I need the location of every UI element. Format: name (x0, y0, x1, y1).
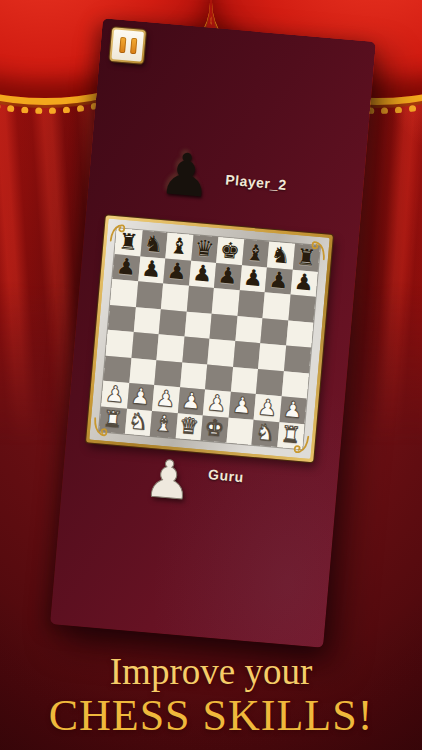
white-queen[interactable]: ♛ (178, 415, 200, 439)
board-square[interactable] (106, 330, 134, 358)
board-square[interactable] (159, 309, 187, 337)
black-pawn[interactable]: ♟ (141, 258, 163, 282)
board-square[interactable]: ♟ (228, 392, 256, 420)
board-square[interactable]: ♟ (189, 260, 217, 288)
board-square[interactable] (288, 295, 316, 323)
board-square[interactable] (283, 345, 311, 373)
board-square[interactable] (209, 313, 237, 341)
board-square[interactable] (230, 366, 258, 394)
black-knight[interactable]: ♞ (270, 244, 292, 268)
board-square[interactable] (281, 371, 309, 399)
pause-icon (111, 29, 144, 62)
white-knight[interactable]: ♞ (254, 421, 276, 445)
white-pawn[interactable]: ♟ (104, 383, 126, 407)
board-square[interactable] (136, 281, 164, 309)
board-square[interactable] (156, 334, 184, 362)
board-square[interactable]: ♟ (279, 396, 307, 424)
black-bishop[interactable]: ♝ (245, 241, 267, 265)
board-square[interactable]: ♟ (265, 267, 293, 295)
white-pawn[interactable]: ♟ (130, 385, 152, 409)
corner-flourish-icon (305, 239, 327, 261)
board-square[interactable]: ♟ (152, 385, 180, 413)
board-square[interactable]: ♟ (101, 381, 129, 409)
board-square[interactable] (258, 343, 286, 371)
pause-button[interactable] (109, 27, 146, 64)
white-pawn[interactable]: ♟ (257, 396, 279, 420)
tagline-line2: CHESS SKILLS! (0, 694, 422, 738)
board-square[interactable]: ♟ (163, 258, 191, 286)
tagline: Improve your CHESS SKILLS! (0, 652, 422, 738)
board-square[interactable] (180, 362, 208, 390)
board-square[interactable]: ♟ (138, 256, 166, 284)
opponent-row: ♟ Player_2 (157, 144, 289, 213)
board-square[interactable]: ♛ (191, 235, 219, 263)
board-square[interactable] (263, 292, 291, 320)
opponent-name: Player_2 (225, 172, 288, 193)
board-square[interactable]: ♝ (150, 410, 178, 438)
player-name: Guru (208, 466, 245, 485)
white-pawn[interactable]: ♟ (231, 394, 253, 418)
board-frame-margin: ♜♞♝♛♚♝♞♜♟♟♟♟♟♟♟♟♟♟♟♟♟♟♟♟♜♞♝♛♚♞♜ (89, 218, 330, 459)
white-pawn[interactable]: ♟ (180, 389, 202, 413)
board-square[interactable] (131, 332, 159, 360)
board-grid: ♜♞♝♛♚♝♞♜♟♟♟♟♟♟♟♟♟♟♟♟♟♟♟♟♜♞♝♛♚♞♜ (99, 228, 320, 449)
board-square[interactable] (260, 318, 288, 346)
board-square[interactable]: ♚ (216, 237, 244, 265)
board-square[interactable]: ♞ (267, 242, 295, 270)
black-pawn-icon: ♟ (157, 144, 214, 206)
corner-flourish-icon (92, 417, 114, 439)
board-square[interactable] (184, 311, 212, 339)
board-square[interactable] (129, 357, 157, 385)
board-square[interactable]: ♟ (127, 383, 155, 411)
game-panel: ♟ Player_2 ♜♞♝♛♚♝♞♜♟♟♟♟♟♟♟♟♟♟♟♟♟♟♟♟♜♞♝♛♚… (50, 18, 376, 648)
white-pawn[interactable]: ♟ (155, 387, 177, 411)
board-square[interactable] (256, 369, 284, 397)
board-square[interactable] (108, 304, 136, 332)
chess-board: ♜♞♝♛♚♝♞♜♟♟♟♟♟♟♟♟♟♟♟♟♟♟♟♟♜♞♝♛♚♞♜ (86, 215, 333, 462)
board-square[interactable]: ♟ (239, 265, 267, 293)
board-square[interactable] (286, 320, 314, 348)
black-pawn[interactable]: ♟ (293, 271, 315, 295)
black-queen[interactable]: ♛ (194, 237, 216, 261)
board-square[interactable] (207, 339, 235, 367)
board-square[interactable]: ♚ (201, 415, 229, 443)
board-square[interactable]: ♝ (165, 233, 193, 261)
board-square[interactable]: ♞ (251, 419, 279, 447)
board-square[interactable]: ♟ (112, 254, 140, 282)
board-square[interactable] (212, 288, 240, 316)
tagline-line1: Improve your (0, 652, 422, 693)
board-square[interactable]: ♟ (290, 269, 318, 297)
white-pawn-icon: ♟ (143, 452, 194, 508)
board-square[interactable]: ♟ (203, 390, 231, 418)
board-square[interactable] (110, 279, 138, 307)
board-square[interactable] (154, 360, 182, 388)
board-square[interactable] (226, 417, 254, 445)
black-bishop[interactable]: ♝ (168, 235, 190, 259)
white-king[interactable]: ♚ (204, 417, 226, 441)
board-square[interactable]: ♟ (254, 394, 282, 422)
corner-flourish-icon (288, 434, 310, 456)
black-pawn[interactable]: ♟ (192, 262, 214, 286)
black-pawn[interactable]: ♟ (166, 260, 188, 284)
black-knight[interactable]: ♞ (143, 232, 165, 256)
board-square[interactable] (186, 286, 214, 314)
board-square[interactable] (182, 336, 210, 364)
board-square[interactable]: ♟ (177, 387, 205, 415)
board-square[interactable] (205, 364, 233, 392)
board-square[interactable]: ♝ (242, 239, 270, 267)
board-square[interactable] (103, 355, 131, 383)
board-square[interactable] (161, 283, 189, 311)
board-square[interactable]: ♟ (214, 263, 242, 291)
board-square[interactable] (233, 341, 261, 369)
board-square[interactable] (235, 316, 263, 344)
white-bishop[interactable]: ♝ (153, 412, 175, 436)
black-pawn[interactable]: ♟ (268, 269, 290, 293)
board-square[interactable]: ♛ (175, 413, 203, 441)
black-pawn[interactable]: ♟ (115, 256, 137, 280)
board-square[interactable]: ♞ (140, 230, 168, 258)
black-pawn[interactable]: ♟ (217, 265, 239, 289)
white-pawn[interactable]: ♟ (282, 398, 304, 422)
white-pawn[interactable]: ♟ (206, 392, 228, 416)
corner-flourish-icon (110, 222, 132, 244)
board-square[interactable]: ♞ (124, 408, 152, 436)
board-square[interactable] (133, 307, 161, 335)
board-square[interactable] (237, 290, 265, 318)
black-king[interactable]: ♚ (219, 239, 241, 263)
player-row: ♟ Guru (143, 452, 245, 512)
white-knight[interactable]: ♞ (127, 410, 149, 434)
black-pawn[interactable]: ♟ (242, 267, 264, 291)
